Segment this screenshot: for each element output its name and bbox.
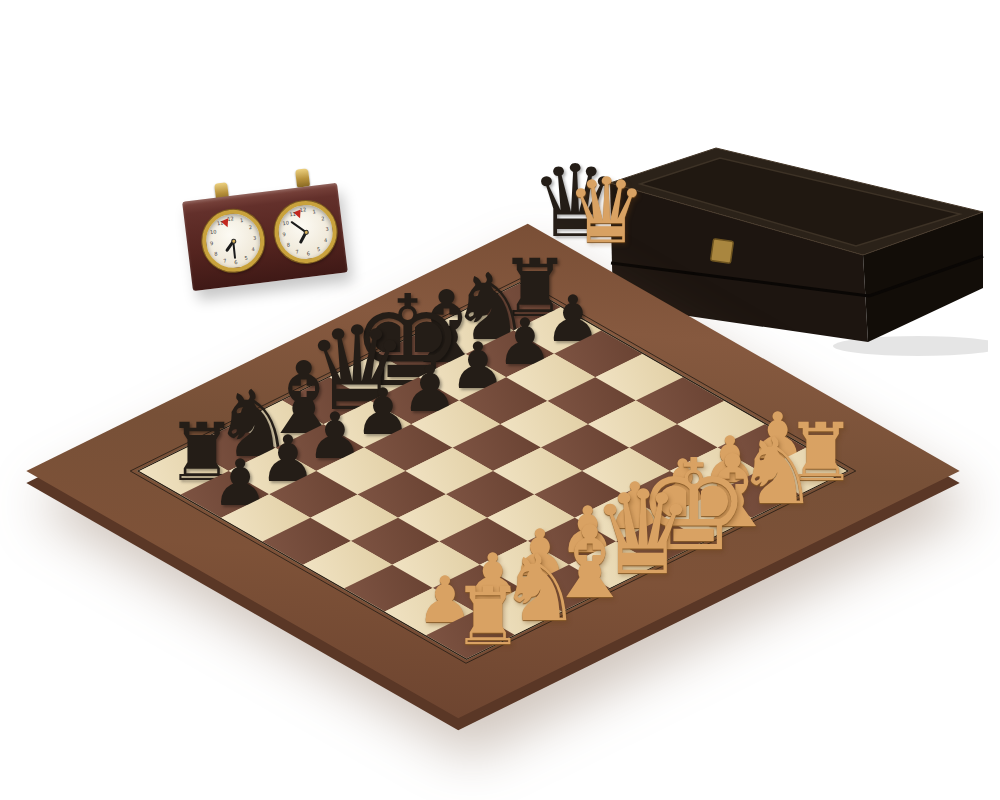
- white-rook-a1[interactable]: ♜: [452, 577, 515, 657]
- board-frame: ♜♞♝♛♚♝♞♜♟♟♟♟♟♟♟♟♟♟♟♟♟♟♟♟♜♞♝♛♚♝♞♜: [26, 224, 959, 719]
- board-grid: ♜♞♝♛♚♝♞♜♟♟♟♟♟♟♟♟♟♟♟♟♟♟♟♟♜♞♝♛♚♝♞♜: [137, 282, 850, 660]
- scene: 123456789101112 123456789101112 ♛ ♛ ♜♞♝♛…: [0, 0, 1000, 800]
- chess-board: ♜♞♝♛♚♝♞♜♟♟♟♟♟♟♟♟♟♟♟♟♟♟♟♟♜♞♝♛♚♝♞♜: [0, 0, 1000, 800]
